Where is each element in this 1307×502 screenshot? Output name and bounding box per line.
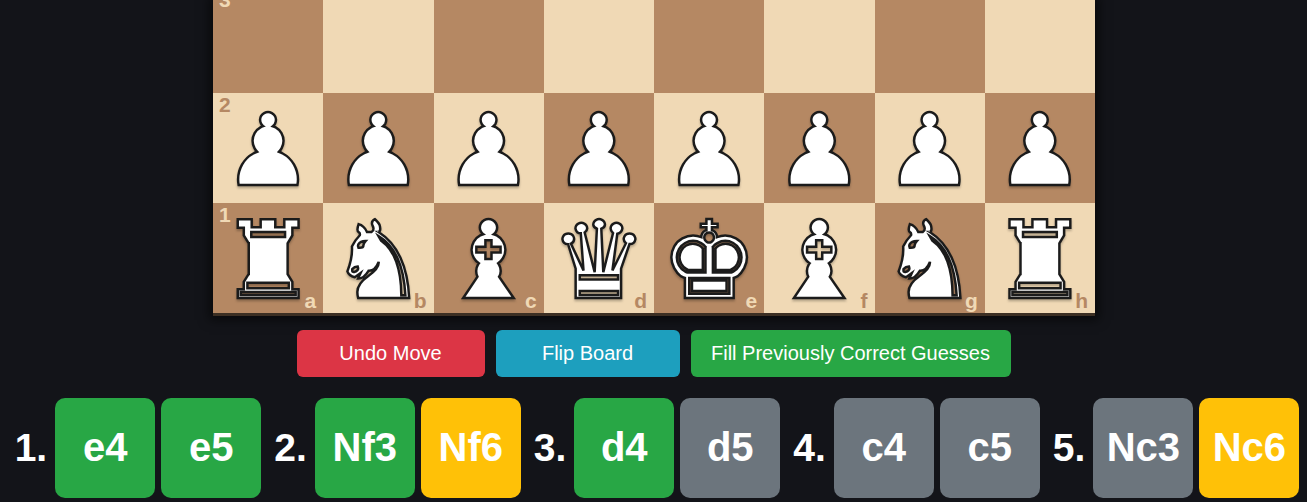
rank-label-3: 3 xyxy=(219,0,231,10)
board-rank-1: 1a♜b♞c♝d♛e♚f♝g♞h♜ xyxy=(213,203,1095,313)
move-number: 4. xyxy=(793,428,826,467)
white-pawn[interactable]: ♟ xyxy=(554,101,644,201)
white-pawn[interactable]: ♟ xyxy=(334,101,424,201)
move-guess-row: 1.e4e52.Nf3Nf63.d4d54.c4c55.Nc3Nc6 xyxy=(0,397,1307,498)
square-c3[interactable] xyxy=(434,0,544,93)
square-e3[interactable] xyxy=(654,0,764,93)
white-pawn[interactable]: ♟ xyxy=(885,101,975,201)
move-tile-e5: e5 xyxy=(161,398,261,498)
move-tile-c5: c5 xyxy=(940,398,1040,498)
flip-board-button[interactable]: Flip Board xyxy=(496,330,680,377)
move-tile-Nf3: Nf3 xyxy=(315,398,415,498)
white-bishop[interactable]: ♝ xyxy=(771,207,868,315)
square-f2[interactable]: ♟ xyxy=(764,93,874,203)
white-knight[interactable]: ♞ xyxy=(330,207,427,315)
square-d2[interactable]: ♟ xyxy=(544,93,654,203)
board-rank-3: 3 xyxy=(213,0,1095,93)
move-number: 5. xyxy=(1053,428,1086,467)
square-a2[interactable]: 2♟ xyxy=(213,93,323,203)
square-h3[interactable] xyxy=(985,0,1095,93)
white-pawn[interactable]: ♟ xyxy=(775,101,865,201)
square-g2[interactable]: ♟ xyxy=(875,93,985,203)
white-bishop[interactable]: ♝ xyxy=(440,207,537,315)
square-a1[interactable]: 1a♜ xyxy=(213,203,323,313)
white-knight[interactable]: ♞ xyxy=(881,207,978,315)
square-f1[interactable]: f♝ xyxy=(764,203,874,313)
undo-move-button[interactable]: Undo Move xyxy=(297,330,485,377)
square-c1[interactable]: c♝ xyxy=(434,203,544,313)
board-rank-2: 2♟♟♟♟♟♟♟♟ xyxy=(213,93,1095,203)
square-g1[interactable]: g♞ xyxy=(875,203,985,313)
square-g3[interactable] xyxy=(875,0,985,93)
white-rook[interactable]: ♜ xyxy=(991,207,1088,315)
square-d1[interactable]: d♛ xyxy=(544,203,654,313)
white-king[interactable]: ♚ xyxy=(661,207,758,315)
move-number: 2. xyxy=(274,428,307,467)
move-tile-Nc6: Nc6 xyxy=(1199,398,1299,498)
white-pawn[interactable]: ♟ xyxy=(664,101,754,201)
white-pawn[interactable]: ♟ xyxy=(444,101,534,201)
white-pawn[interactable]: ♟ xyxy=(223,101,313,201)
square-a3[interactable]: 3 xyxy=(213,0,323,93)
white-pawn[interactable]: ♟ xyxy=(995,101,1085,201)
fill-guesses-button[interactable]: Fill Previously Correct Guesses xyxy=(691,330,1011,377)
square-d3[interactable] xyxy=(544,0,654,93)
move-tile-d5: d5 xyxy=(680,398,780,498)
square-f3[interactable] xyxy=(764,0,874,93)
white-queen[interactable]: ♛ xyxy=(550,207,647,315)
square-c2[interactable]: ♟ xyxy=(434,93,544,203)
app-root: 32♟♟♟♟♟♟♟♟1a♜b♞c♝d♛e♚f♝g♞h♜ Undo Move Fl… xyxy=(0,0,1307,502)
white-rook[interactable]: ♜ xyxy=(220,207,317,315)
move-tile-e4: e4 xyxy=(55,398,155,498)
move-number: 1. xyxy=(15,428,48,467)
chess-board: 32♟♟♟♟♟♟♟♟1a♜b♞c♝d♛e♚f♝g♞h♜ xyxy=(213,0,1095,316)
square-b1[interactable]: b♞ xyxy=(323,203,433,313)
square-e1[interactable]: e♚ xyxy=(654,203,764,313)
square-e2[interactable]: ♟ xyxy=(654,93,764,203)
move-tile-d4: d4 xyxy=(574,398,674,498)
move-tile-Nc3: Nc3 xyxy=(1093,398,1193,498)
move-tile-c4: c4 xyxy=(834,398,934,498)
square-h1[interactable]: h♜ xyxy=(985,203,1095,313)
square-b3[interactable] xyxy=(323,0,433,93)
square-h2[interactable]: ♟ xyxy=(985,93,1095,203)
move-tile-Nf6: Nf6 xyxy=(421,398,521,498)
action-buttons: Undo Move Flip Board Fill Previously Cor… xyxy=(0,330,1307,377)
move-number: 3. xyxy=(534,428,567,467)
square-b2[interactable]: ♟ xyxy=(323,93,433,203)
